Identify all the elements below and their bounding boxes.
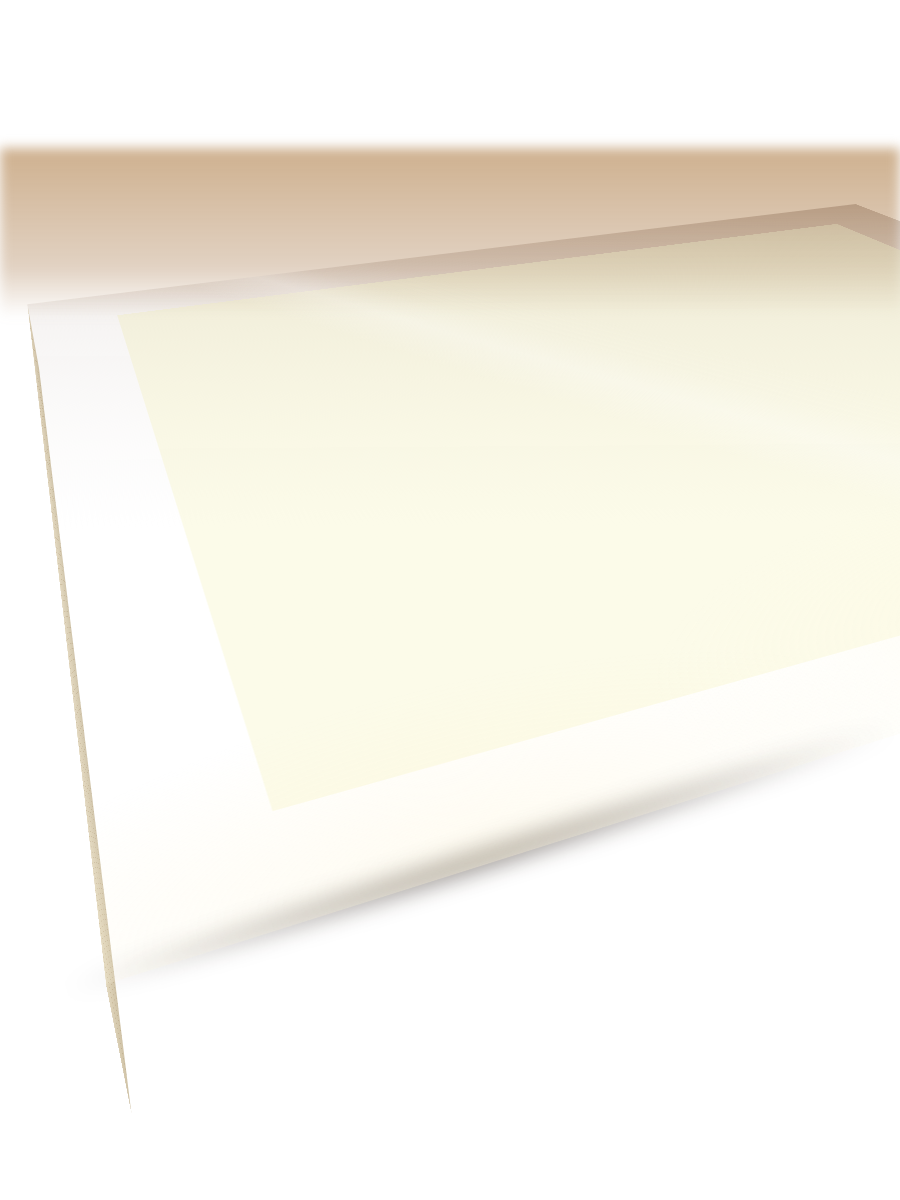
chess-board: [27, 204, 900, 984]
photo-stage: [0, 0, 900, 1200]
letterbox-bottom: [0, 1050, 900, 1200]
scene-3d: [0, 0, 900, 1200]
letterbox-top: [0, 0, 900, 148]
